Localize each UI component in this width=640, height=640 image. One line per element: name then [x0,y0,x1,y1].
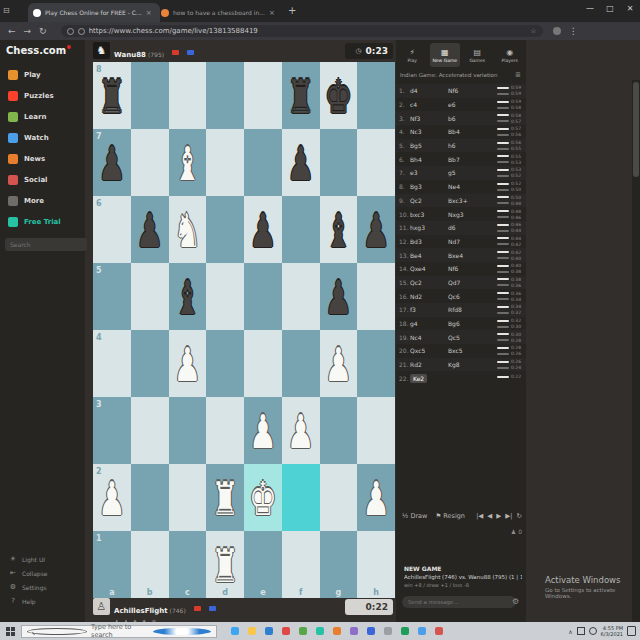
player-rating: (746) [170,607,186,614]
start-button[interactable] [6,627,15,636]
profile-avatar[interactable] [553,27,561,35]
black-move[interactable]: b6 [448,115,484,122]
taskbar-app-icon-3[interactable] [265,627,273,635]
system-tray: ∧ 4:55 PM 6/3/2021 [568,622,636,640]
white-time: 0:53 [511,167,521,172]
white-move[interactable]: Bg3 [410,183,448,190]
tab-play[interactable]: ⚡Play [397,43,428,67]
activate-windows-watermark: Activate Windows Go to Settings to activ… [545,575,637,599]
white-move[interactable]: Qxc5 [410,347,448,354]
black-time: 0:30 [511,324,521,329]
flag-icon [172,50,179,55]
next-move-button[interactable]: ▶ [496,512,501,520]
square-f1[interactable]: f [282,531,320,598]
cortana-icon[interactable] [153,628,211,635]
rank-label: 4 [96,333,102,342]
sidebar-footer-collapse[interactable]: ⇤Collapse [0,566,85,580]
move-row: 16.Nd2Qc60:360:34 [396,289,526,303]
square-b2[interactable] [131,464,169,531]
spectator-icon: ♟ [511,528,516,535]
chat-input[interactable] [402,596,516,608]
footer-label: Help [22,598,36,605]
taskbar-app-icon-6[interactable] [316,627,324,635]
move-number: 6. [396,156,410,163]
move-row: 5.Bg5h60:560:55 [396,139,526,153]
white-time: 0:55 [511,154,521,159]
move-number: 1. [396,87,410,94]
black-move[interactable]: Qc6 [448,293,484,300]
square-c2[interactable] [169,464,207,531]
white-move[interactable]: Qxe4 [410,265,448,272]
tab-games[interactable]: ▤Games [462,43,493,67]
settings-icon: ⚙ [9,583,17,591]
black-move[interactable]: Nf6 [448,87,484,94]
tray-chevron-icon[interactable]: ∧ [568,628,572,635]
square-d1[interactable]: d♜ [206,531,244,598]
black-move[interactable]: Bxc3+ [448,197,484,204]
flag-icon [209,606,216,611]
move-clocks: 0:440:42 [484,236,524,247]
sidebar-item-label: Watch [24,134,49,142]
sidebar-search-input[interactable] [5,238,87,251]
move-row: 13.Be4Bxe40:420:40 [396,248,526,262]
sidebar-item-free-trial[interactable]: Free Trial [0,211,85,232]
sidebar-item-label: More [24,197,44,205]
white-move[interactable]: Ke2 [410,375,448,382]
black-move[interactable]: Qc5 [448,334,484,341]
square-h6[interactable]: ♟ [357,196,395,263]
white-time: 0:22 [511,374,521,379]
move-clocks: 0:460:44 [484,222,524,233]
tab-new-game[interactable]: ▦New Game [430,43,461,67]
new-game-section: NEW GAME AchillesFlight (746) vs. Wanu88… [404,565,522,588]
white-time: 0:34 [511,304,521,309]
tab-players[interactable]: ◉Players [495,43,526,67]
move-number: 12. [396,238,410,245]
sidebar-item-label: Puzzles [24,92,54,100]
white-move[interactable]: Bh4 [410,156,448,163]
file-label: a [109,588,114,597]
black-move[interactable]: h6 [448,142,484,149]
white-move[interactable]: Bg5 [410,142,448,149]
square-f5[interactable] [282,263,320,330]
square-d6[interactable] [206,196,244,263]
sidebar-item-watch[interactable]: Watch [0,127,85,148]
vertical-tabs-icon[interactable]: ⊟ [3,6,10,15]
player-name[interactable]: AchillesFlight [114,607,168,615]
browser-tab-inactive[interactable]: how to have a chessboard in... × [156,3,288,22]
spectators-row: ♟ 0 [396,528,522,535]
square-h1[interactable]: h [357,531,395,598]
url-text[interactable]: https://www.chess.com/game/live/13813588… [89,27,527,35]
site-favicon-icon [161,9,169,17]
footer-label: Settings [22,584,47,591]
white-move[interactable]: Nc4 [410,334,448,341]
tab-label: New Game [432,58,457,63]
move-number: 13. [396,252,410,259]
square-e1[interactable]: e [244,531,282,598]
white-time: 0:30 [511,332,521,337]
prev-move-button[interactable]: ◀ [487,512,492,520]
move-number: 7. [396,169,410,176]
footer-label: Collapse [22,570,48,577]
network-icon[interactable] [577,627,585,635]
search-icon [27,628,87,635]
help-icon: ? [9,597,17,605]
flag-icon [194,606,201,611]
black-time: 0:59 [511,91,521,96]
black-move[interactable]: Nd7 [448,238,484,245]
first-move-button[interactable]: |◀ [476,512,483,520]
sidebar-item-play[interactable]: Play [0,64,85,85]
move-clocks: 0:590:59 [484,85,524,96]
square-h4[interactable] [357,330,395,397]
white-move[interactable]: Bd3 [410,238,448,245]
black-time: 0:52 [511,173,521,178]
browser-address-bar: ← → ↻ https://www.chess.com/game/live/13… [0,22,640,40]
white-move[interactable]: d4 [410,87,448,94]
browser-menu-icon[interactable]: ⋮ [569,26,578,36]
social-icon [8,175,18,185]
forward-icon[interactable]: → [24,26,32,36]
chess-board[interactable]: 8♜♜♚7♟♝♟6♟♞♟♝♟5♝♟4♟♟3♟♟2♟♜♚♟1abcd♜efgh [93,62,395,598]
white-time: 0:42 [511,250,521,255]
sidebar-item-learn[interactable]: Learn [0,106,85,127]
file-label: h [373,588,379,597]
bookmark-star-icon[interactable]: ☆ [530,27,536,35]
square-g8[interactable]: ♚ [320,62,358,129]
square-d7[interactable] [206,129,244,196]
sidebar-item-label: Play [24,71,41,79]
square-h8[interactable] [357,62,395,129]
notification-badge [67,45,71,49]
move-clocks: 0:420:40 [484,250,524,261]
black-move[interactable]: Qd7 [448,279,484,286]
taskbar-app-icon-9[interactable] [367,627,375,635]
black-time: 0:46 [511,215,521,220]
chesscom-logo[interactable]: Chess.com [6,45,71,56]
black-move[interactable]: Bxc5 [448,347,484,354]
taskbar-app-icon-7[interactable] [333,627,341,635]
move-clocks: 0:300:28 [484,332,524,343]
black-move[interactable]: Bb7 [448,156,484,163]
collapse-icon: ⇤ [9,569,17,577]
move-number: 18. [396,320,410,327]
browser-tab-active[interactable]: Play Chess Online for FREE - C... × [28,3,160,22]
move-row: 14.Qxe4Nf60:400:38 [396,262,526,276]
move-number: 22. [396,375,410,382]
move-row: 22.Ke20:22 [396,371,526,385]
move-number: 2. [396,101,410,108]
move-number: 4. [396,128,410,135]
black-time: 0:26 [511,351,521,356]
black-move[interactable]: Bg6 [448,320,484,327]
black-time: 0:56 [511,132,521,137]
square-b4[interactable] [131,330,169,397]
move-row: 15.Qc2Qd70:380:36 [396,276,526,290]
game-panel: ⚡Play▦New Game▤Games◉Players Indian Game… [396,40,526,622]
move-clocks: 0:530:52 [484,167,524,178]
square-a1[interactable]: 1a [93,531,131,598]
tab-close-icon[interactable]: × [269,9,275,17]
file-label: f [299,588,302,597]
opening-book-icon[interactable]: ≣ [515,71,521,79]
screen: { "game": "chess", "position": "r4rk1/p1… [0,0,640,640]
player-rating: (795) [148,51,164,58]
resign-button[interactable]: ⚑ Resign [435,512,465,520]
move-number: 9. [396,197,410,204]
rank-label: 6 [96,199,102,208]
white-move[interactable]: Qc2 [410,279,448,286]
black-move[interactable]: Bb4 [448,128,484,135]
square-c4[interactable]: ♟ [169,330,207,397]
black-move[interactable]: Nf6 [448,265,484,272]
chat-settings-gear-icon[interactable]: ⚙ [512,597,519,606]
move-row: 8.Bg3Ne40:520:50 [396,180,526,194]
chesscom-page: Chess.com PlayPuzzlesLearnWatchNewsSocia… [0,40,640,622]
square-e8[interactable] [244,62,282,129]
square-b1[interactable]: b [131,531,169,598]
avatar[interactable]: ♙ [93,598,110,615]
sidebar: Chess.com PlayPuzzlesLearnWatchNewsSocia… [0,40,85,622]
move-clocks: 0:360:34 [484,291,524,302]
taskbar-app-icon-11[interactable] [401,627,409,635]
game-controls: ½ Draw ⚑ Resign |◀◀▶▶|↻ [396,508,526,524]
move-number: 3. [396,115,410,122]
taskbar-app-icon-1[interactable] [231,627,239,635]
black-move[interactable]: e6 [448,101,484,108]
white-time: 0:32 [511,318,521,323]
black-time: 0:40 [511,256,521,261]
taskbar-app-icon-4[interactable] [282,627,290,635]
free-trial-icon [8,217,18,227]
last-move-button[interactable]: ▶| [505,512,512,520]
move-number: 14. [396,265,410,272]
sidebar-footer-light-ui[interactable]: ☀Light UI [0,552,85,566]
white-move[interactable]: Qc2 [410,197,448,204]
shield-icon[interactable] [67,28,74,35]
move-nav-buttons: |◀◀▶▶|↻ [476,512,522,520]
move-row: 7.e3g50:530:52 [396,166,526,180]
square-a5[interactable]: 5 [93,263,131,330]
move-number: 15. [396,279,410,286]
move-row: 21.Rd2Kg80:260:24 [396,358,526,372]
white-time: 0:59 [511,85,521,90]
rank-label: 5 [96,266,102,275]
white-move[interactable]: hxg3 [410,224,448,231]
move-clocks: 0:380:36 [484,277,524,288]
white-time: 0:46 [511,222,521,227]
square-g3[interactable] [320,397,358,464]
opening-name[interactable]: Indian Game: Accelerated variation [400,72,514,78]
rank-label: 1 [96,534,102,543]
browser-tab-bar: ⊟ Play Chess Online for FREE - C... × ho… [0,0,640,22]
tray-clock[interactable]: 4:55 PM 6/3/2021 [601,625,623,637]
draw-button[interactable]: ½ Draw [402,512,427,520]
taskbar-app-icons [231,627,443,635]
taskbar-search[interactable]: Type here to search [21,625,217,638]
taskbar-app-icon-10[interactable] [384,627,392,635]
file-label: c [185,588,190,597]
square-f3[interactable]: ♟ [282,397,320,464]
black-time: 0:53 [511,160,521,165]
sidebar-item-puzzles[interactable]: Puzzles [0,85,85,106]
white-move[interactable]: c4 [410,101,448,108]
square-g2[interactable] [320,464,358,531]
move-clocks: 0:550:53 [484,154,524,165]
move-number: 20. [396,347,410,354]
black-move[interactable]: d6 [448,224,484,231]
new-game-matchup[interactable]: AchillesFlight (746) vs. Wanu88 (795) (1… [404,574,522,580]
play-icon [8,70,18,80]
black-time: 0:28 [511,338,521,343]
black-time: 0:50 [511,187,521,192]
chesscom-favicon-icon [33,9,41,17]
white-time: 0:26 [511,359,521,364]
square-c3[interactable] [169,397,207,464]
white-move[interactable]: g4 [410,320,448,327]
move-list[interactable]: 1.d4Nf60:590:592.c4e60:590:583.Nf3b60:58… [396,84,526,385]
sidebar-item-news[interactable]: News [0,148,85,169]
sidebar-item-more[interactable]: More [0,190,85,211]
move-clocks: 0:22 [484,374,524,382]
square-h2[interactable]: ♟ [357,464,395,531]
black-time: 0:38 [511,269,521,274]
square-d4[interactable] [206,330,244,397]
square-f7[interactable]: ♟ [282,129,320,196]
square-b3[interactable] [131,397,169,464]
page-scrollbar[interactable] [632,80,640,640]
move-row: 17.f3Rfd80:340:32 [396,303,526,317]
square-f2[interactable] [282,464,320,531]
square-b8[interactable] [131,62,169,129]
move-number: 19. [396,334,410,341]
white-move[interactable]: f3 [410,306,448,313]
square-a6[interactable]: 6 [93,196,131,263]
black-time: 0:36 [511,283,521,288]
black-time: 0:44 [511,228,521,233]
square-d5[interactable] [206,263,244,330]
move-clocks: 0:500:48 [484,195,524,206]
square-g4[interactable]: ♟ [320,330,358,397]
move-row: 9.Qc2Bxc3+0:500:48 [396,194,526,208]
move-clocks: 0:480:46 [484,209,524,220]
lock-icon[interactable] [78,28,85,35]
move-number: 16. [396,293,410,300]
square-a7[interactable]: 7♟ [93,129,131,196]
white-move[interactable]: Nc3 [410,128,448,135]
square-c1[interactable]: c [169,531,207,598]
taskbar-app-icon-8[interactable] [350,627,358,635]
new-tab-button[interactable]: + [288,6,296,16]
black-move[interactable]: Bxe4 [448,252,484,259]
spectator-count: 0 [518,528,522,535]
tab-close-icon[interactable]: × [146,9,152,17]
sidebar-item-social[interactable]: Social [0,169,85,190]
flip-board-button[interactable]: ↻ [517,512,522,520]
square-g1[interactable]: g [320,531,358,598]
move-clocks: 0:280:26 [484,345,524,356]
black-move[interactable]: Ne4 [448,183,484,190]
square-a4[interactable]: 4 [93,330,131,397]
move-row: 10.bxc3Nxg30:480:46 [396,207,526,221]
more-icon [8,196,18,206]
sidebar-footer-settings[interactable]: ⚙Settings [0,580,85,594]
sidebar-item-label: News [24,155,45,163]
white-move[interactable]: Be4 [410,252,448,259]
rank-label: 3 [96,400,102,409]
sidebar-footer-help[interactable]: ?Help [0,594,85,608]
square-a2[interactable]: 2♟ [93,464,131,531]
move-clocks: 0:340:32 [484,304,524,315]
white-time: 0:36 [511,291,521,296]
white-move[interactable]: bxc3 [410,211,448,218]
square-f6[interactable] [282,196,320,263]
move-clocks: 0:580:57 [484,113,524,124]
white-time: 0:28 [511,345,521,350]
black-time: 0:48 [511,201,521,206]
square-e6[interactable]: ♟ [244,196,282,263]
notification-center-icon[interactable] [627,626,636,636]
move-row: 2.c4e60:590:58 [396,98,526,112]
scrollbar-thumb[interactable] [633,82,639,177]
reload-icon[interactable]: ↻ [39,26,47,36]
white-move[interactable]: Nf3 [410,115,448,122]
url-field[interactable]: https://www.chess.com/game/live/13813588… [61,25,543,37]
new-game-title: NEW GAME [404,565,522,572]
black-move[interactable]: Kg8 [448,361,484,368]
tab-label: Players [502,58,518,63]
move-row: 19.Nc4Qc50:300:28 [396,330,526,344]
new-game-icon: ▦ [441,48,449,57]
square-e2[interactable]: ♚ [244,464,282,531]
flag-icon [187,50,194,55]
move-number: 5. [396,142,410,149]
window-maximize-button[interactable]: □ [600,2,620,16]
move-row: 4.Nc3Bb40:570:56 [396,125,526,139]
move-clocks: 0:520:50 [484,181,524,192]
taskbar-app-icon-12[interactable] [418,627,426,635]
rating-deltas: win +8 / draw +1 / loss -8 [404,582,522,588]
square-b5[interactable] [131,263,169,330]
move-row: 1.d4Nf60:590:59 [396,84,526,98]
black-move[interactable]: g5 [448,169,484,176]
square-e5[interactable] [244,263,282,330]
black-move[interactable]: Rfd8 [448,306,484,313]
square-h5[interactable] [357,263,395,330]
black-move[interactable]: Nxg3 [448,211,484,218]
bottom-clock: 0:22 [345,599,393,615]
square-b6[interactable]: ♟ [131,196,169,263]
move-row: 11.hxg3d60:460:44 [396,221,526,235]
back-icon[interactable]: ← [8,26,16,36]
window-close-button[interactable]: ✕ [620,2,640,16]
bottom-player-bar: ♙ AchillesFlight(746) ♟ ♟ ♞ ♞ ♛ 0:22 [93,598,395,618]
taskbar-app-icon-2[interactable] [248,627,256,635]
white-move[interactable]: Nd2 [410,293,448,300]
move-number: 21. [396,361,410,368]
white-move[interactable]: Rd2 [410,361,448,368]
volume-icon[interactable] [589,627,597,635]
games-icon: ▤ [473,48,481,57]
taskbar-app-icon-5[interactable] [299,627,307,635]
square-d8[interactable] [206,62,244,129]
tab-title: how to have a chessboard in... [173,9,265,16]
taskbar-app-icon-13[interactable] [435,627,443,635]
window-minimize-button[interactable]: — [580,2,600,16]
move-number: 17. [396,306,410,313]
white-move[interactable]: e3 [410,169,448,176]
